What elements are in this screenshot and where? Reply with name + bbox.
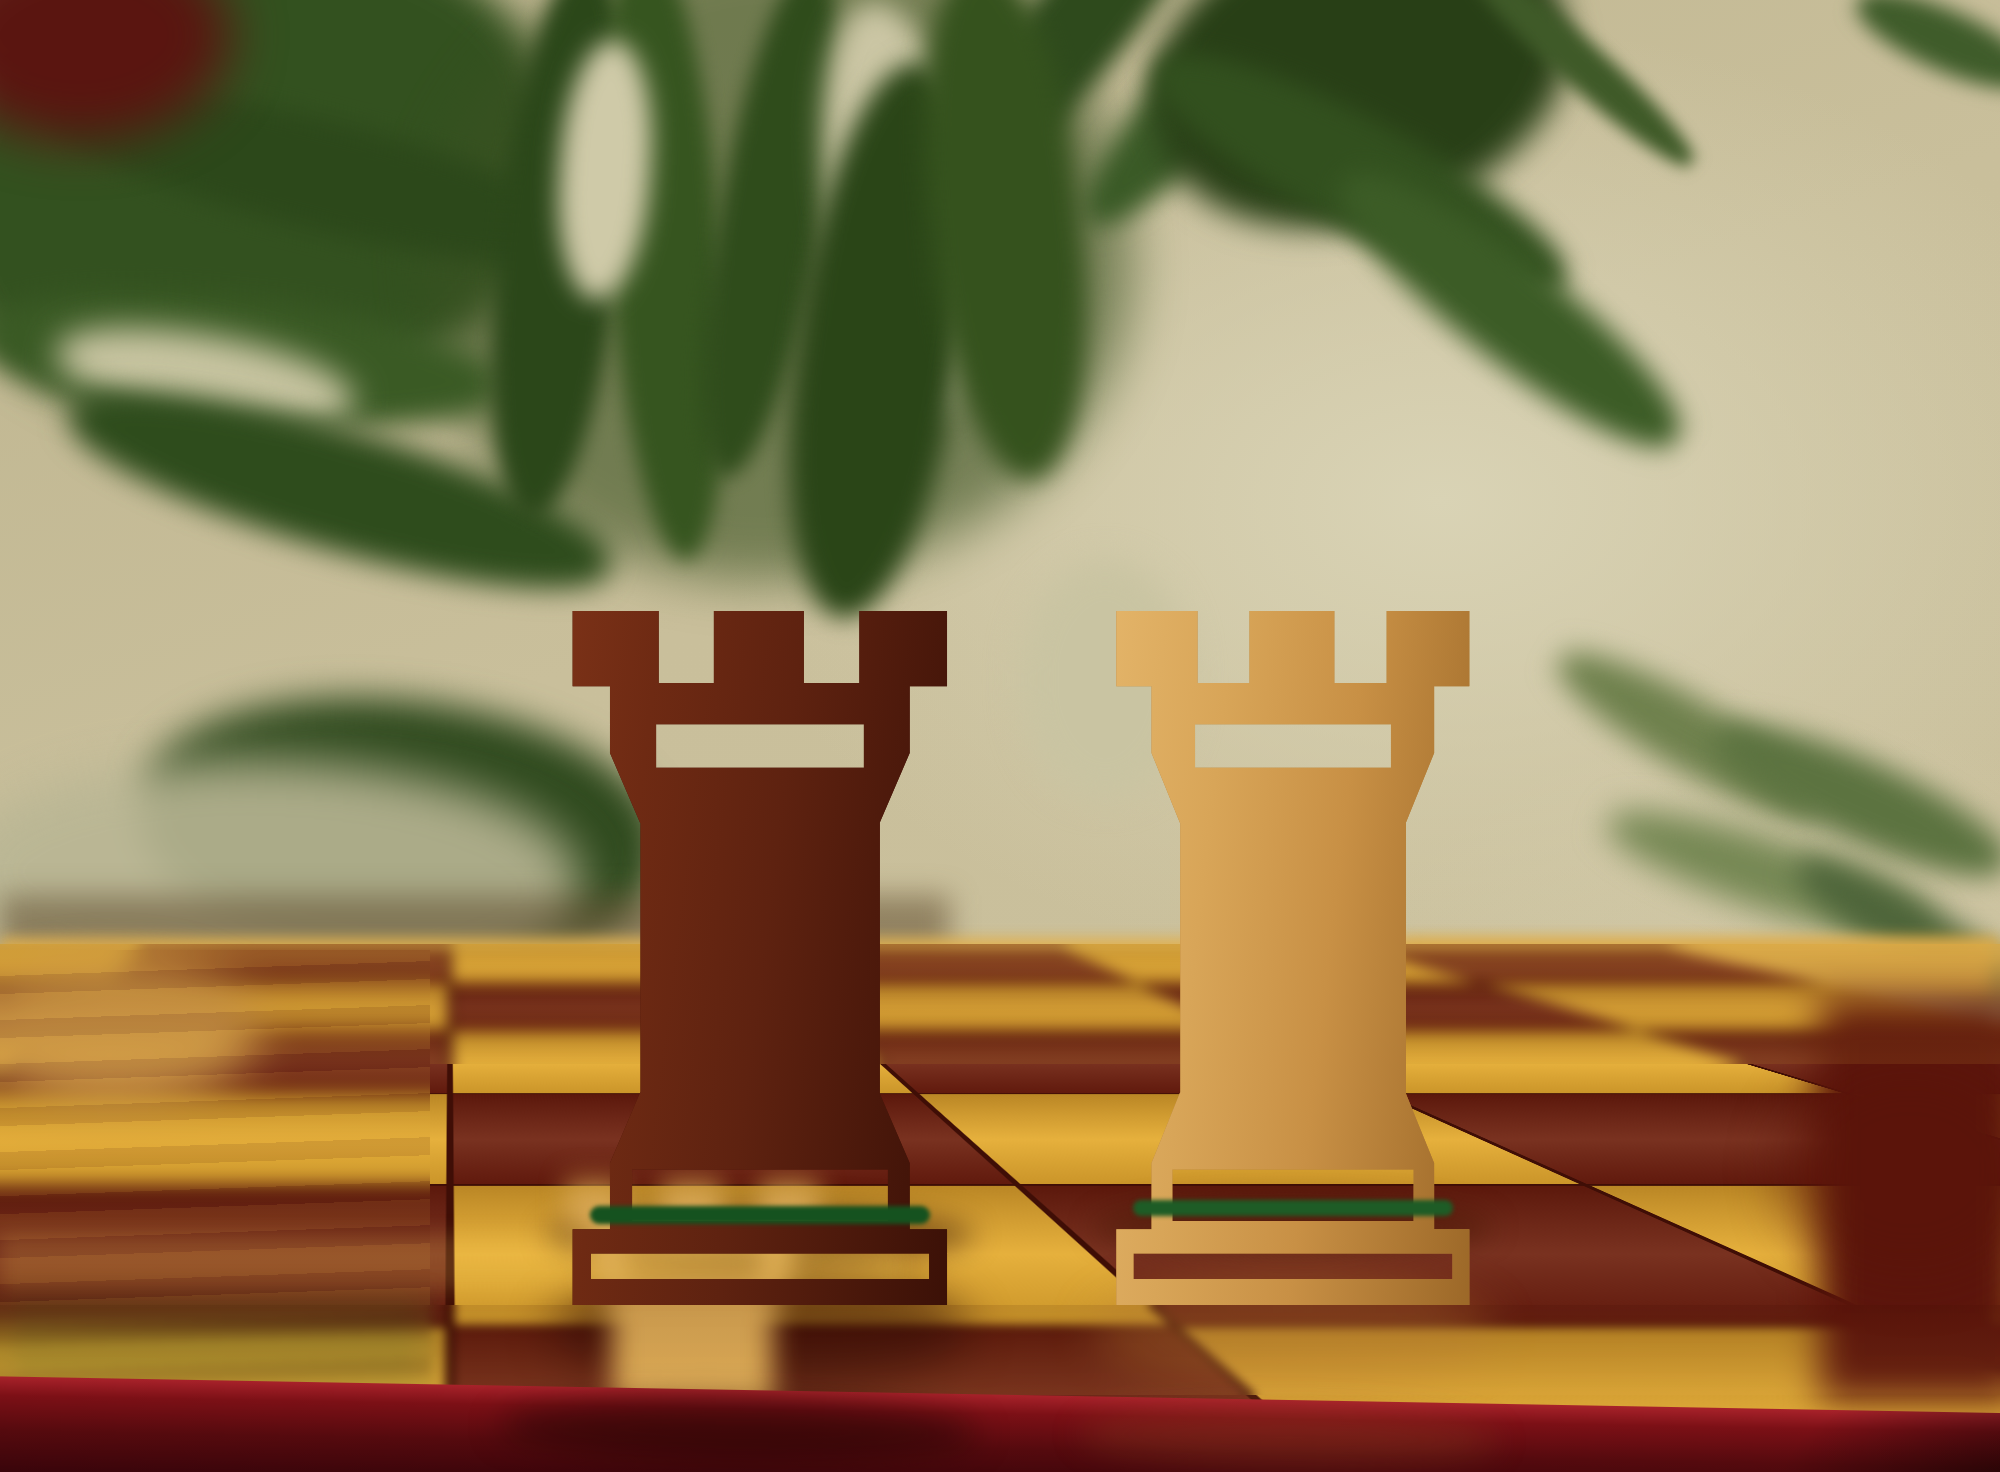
photo-stage: ♜ ♜ ♜ ♜ ♜ ♜ xyxy=(0,0,2000,1472)
light-rook-shine: ♜ xyxy=(1012,500,1574,1450)
dark-rook-shine: ♜ xyxy=(462,500,1058,1450)
light-rook-felt xyxy=(1133,1200,1453,1216)
dark-rook-felt xyxy=(590,1206,930,1224)
